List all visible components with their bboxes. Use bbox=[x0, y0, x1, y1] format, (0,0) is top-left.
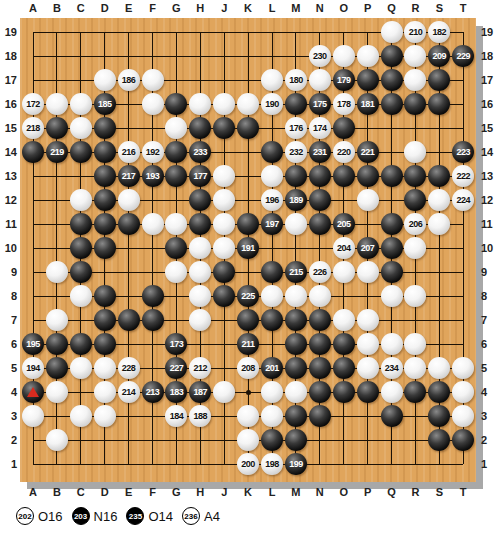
move-number: 211 bbox=[242, 339, 255, 349]
move-number: 209 bbox=[433, 51, 447, 61]
stone-F14[interactable]: 192 bbox=[142, 141, 164, 163]
coord-right-18: 18 bbox=[481, 50, 499, 62]
coord-right-1: 1 bbox=[481, 458, 499, 470]
coord-top-D: D bbox=[97, 2, 113, 14]
coord-right-17: 17 bbox=[481, 74, 499, 86]
caption-stone-icon: 202 bbox=[16, 507, 34, 525]
move-number: 189 bbox=[289, 195, 303, 205]
coord-left-9: 9 bbox=[0, 266, 17, 278]
stone-B5[interactable] bbox=[46, 357, 68, 379]
coord-left-6: 6 bbox=[0, 338, 17, 350]
stone-L14[interactable] bbox=[261, 141, 283, 163]
stone-N3[interactable] bbox=[309, 405, 331, 427]
stone-P14[interactable]: 221 bbox=[357, 141, 379, 163]
stone-P13[interactable] bbox=[357, 165, 379, 187]
stone-O11[interactable]: 205 bbox=[333, 213, 355, 235]
stone-L8[interactable] bbox=[261, 285, 283, 307]
stone-K10[interactable]: 191 bbox=[237, 237, 259, 259]
stone-Q19[interactable] bbox=[381, 21, 403, 43]
stone-D17[interactable] bbox=[94, 69, 116, 91]
coord-left-19: 19 bbox=[0, 26, 17, 38]
stone-K3[interactable] bbox=[237, 405, 259, 427]
stone-C5[interactable] bbox=[70, 357, 92, 379]
stone-M14[interactable]: 232 bbox=[285, 141, 307, 163]
coord-bottom-R: R bbox=[407, 486, 423, 498]
move-number: 193 bbox=[146, 171, 160, 181]
stone-F16[interactable] bbox=[142, 93, 164, 115]
stone-N4[interactable] bbox=[309, 381, 331, 403]
stone-D7[interactable] bbox=[94, 309, 116, 331]
stone-B9[interactable] bbox=[46, 261, 68, 283]
stone-M5[interactable] bbox=[285, 357, 307, 379]
stone-A16[interactable]: 172 bbox=[22, 93, 44, 115]
coord-left-2: 2 bbox=[0, 434, 17, 446]
stone-O7[interactable] bbox=[333, 309, 355, 331]
stone-B14[interactable]: 219 bbox=[46, 141, 68, 163]
stone-A4[interactable] bbox=[22, 381, 44, 403]
move-number: 228 bbox=[122, 363, 136, 373]
stone-C3[interactable] bbox=[70, 405, 92, 427]
stone-Q3[interactable] bbox=[381, 405, 403, 427]
move-number: 181 bbox=[361, 99, 375, 109]
coord-right-7: 7 bbox=[481, 314, 499, 326]
stone-C8[interactable] bbox=[70, 285, 92, 307]
coord-right-3: 3 bbox=[481, 410, 499, 422]
coord-right-10: 10 bbox=[481, 242, 499, 254]
stone-L17[interactable] bbox=[261, 69, 283, 91]
stone-L5[interactable]: 201 bbox=[261, 357, 283, 379]
move-number: 215 bbox=[289, 267, 303, 277]
stone-F8[interactable] bbox=[142, 285, 164, 307]
coord-left-18: 18 bbox=[0, 50, 17, 62]
stone-C15[interactable] bbox=[70, 117, 92, 139]
caption-item: 235O14 bbox=[126, 507, 173, 525]
stone-Q9[interactable] bbox=[381, 261, 403, 283]
coord-bottom-K: K bbox=[240, 486, 256, 498]
coord-top-G: G bbox=[168, 2, 184, 14]
stone-Q18[interactable] bbox=[381, 45, 403, 67]
coord-top-O: O bbox=[336, 2, 352, 14]
move-number: 201 bbox=[265, 363, 279, 373]
move-number: 224 bbox=[456, 195, 470, 205]
stone-L1[interactable]: 198 bbox=[261, 453, 283, 475]
move-number: 172 bbox=[26, 99, 40, 109]
stone-F4[interactable]: 213 bbox=[142, 381, 164, 403]
stone-E11[interactable] bbox=[118, 213, 140, 235]
coord-bottom-J: J bbox=[216, 486, 232, 498]
move-number: 179 bbox=[337, 75, 351, 85]
stone-N14[interactable]: 231 bbox=[309, 141, 331, 163]
stone-D3[interactable] bbox=[94, 405, 116, 427]
stone-N18[interactable]: 230 bbox=[309, 45, 331, 67]
move-number: 208 bbox=[241, 363, 255, 373]
move-number: 184 bbox=[170, 411, 184, 421]
coord-left-10: 10 bbox=[0, 242, 17, 254]
coord-bottom-F: F bbox=[145, 486, 161, 498]
stone-A15[interactable]: 218 bbox=[22, 117, 44, 139]
stone-L11[interactable]: 197 bbox=[261, 213, 283, 235]
coord-left-11: 11 bbox=[0, 218, 17, 230]
coord-left-4: 4 bbox=[0, 386, 17, 398]
stone-C12[interactable] bbox=[70, 189, 92, 211]
stone-P16[interactable]: 181 bbox=[357, 93, 379, 115]
stone-N8[interactable] bbox=[309, 285, 331, 307]
stone-O5[interactable] bbox=[333, 357, 355, 379]
stone-D6[interactable] bbox=[94, 333, 116, 355]
stone-M1[interactable]: 199 bbox=[285, 453, 307, 475]
caption-stone-icon: 236 bbox=[182, 507, 200, 525]
stone-P6[interactable] bbox=[357, 333, 379, 355]
stone-M17[interactable]: 180 bbox=[285, 69, 307, 91]
stone-Q16[interactable] bbox=[381, 93, 403, 115]
coord-right-6: 6 bbox=[481, 338, 499, 350]
move-number: 175 bbox=[313, 99, 327, 109]
stone-O4[interactable] bbox=[333, 381, 355, 403]
coord-top-L: L bbox=[264, 2, 280, 14]
move-number: 229 bbox=[456, 51, 470, 61]
stone-F17[interactable] bbox=[142, 69, 164, 91]
move-number: 234 bbox=[385, 363, 399, 373]
coord-bottom-D: D bbox=[97, 486, 113, 498]
caption-coordinate: O16 bbox=[38, 509, 63, 524]
stone-Q10[interactable] bbox=[381, 237, 403, 259]
coord-right-2: 2 bbox=[481, 434, 499, 446]
stone-B15[interactable] bbox=[46, 117, 68, 139]
stone-B16[interactable] bbox=[46, 93, 68, 115]
stone-P17[interactable] bbox=[357, 69, 379, 91]
stone-M13[interactable] bbox=[285, 165, 307, 187]
stone-O16[interactable]: 178 bbox=[333, 93, 355, 115]
stone-N5[interactable] bbox=[309, 357, 331, 379]
move-number: 210 bbox=[409, 27, 423, 37]
stone-Q17[interactable] bbox=[381, 69, 403, 91]
coord-right-4: 4 bbox=[481, 386, 499, 398]
coord-left-5: 5 bbox=[0, 362, 17, 374]
coord-right-13: 13 bbox=[481, 170, 499, 182]
stone-P4[interactable] bbox=[357, 381, 379, 403]
move-number: 183 bbox=[170, 387, 184, 397]
move-number: 214 bbox=[122, 387, 136, 397]
stone-N15[interactable]: 174 bbox=[309, 117, 331, 139]
stone-D5[interactable] bbox=[94, 357, 116, 379]
stone-K11[interactable] bbox=[237, 213, 259, 235]
stone-L9[interactable] bbox=[261, 261, 283, 283]
stone-B4[interactable] bbox=[46, 381, 68, 403]
stone-B7[interactable] bbox=[46, 309, 68, 331]
coord-left-12: 12 bbox=[0, 194, 17, 206]
coord-right-19: 19 bbox=[481, 26, 499, 38]
stone-K7[interactable] bbox=[237, 309, 259, 331]
move-number: 221 bbox=[361, 147, 375, 157]
stone-E12[interactable] bbox=[118, 189, 140, 211]
stone-N11[interactable] bbox=[309, 213, 331, 235]
move-number: 186 bbox=[122, 75, 136, 85]
stone-N12[interactable] bbox=[309, 189, 331, 211]
coord-right-16: 16 bbox=[481, 98, 499, 110]
stone-M16[interactable] bbox=[285, 93, 307, 115]
stone-L12[interactable]: 196 bbox=[261, 189, 283, 211]
move-number: 173 bbox=[170, 339, 184, 349]
stone-O18[interactable] bbox=[333, 45, 355, 67]
caption-coordinate: N16 bbox=[94, 509, 118, 524]
stone-O17[interactable]: 179 bbox=[333, 69, 355, 91]
caption-coordinate: A4 bbox=[204, 509, 220, 524]
coord-bottom-G: G bbox=[168, 486, 184, 498]
stone-C9[interactable] bbox=[70, 261, 92, 283]
stone-O13[interactable] bbox=[333, 165, 355, 187]
move-number: 180 bbox=[289, 75, 303, 85]
move-number: 225 bbox=[241, 291, 255, 301]
coord-bottom-S: S bbox=[431, 486, 447, 498]
move-number: 223 bbox=[456, 147, 470, 157]
coord-top-J: J bbox=[216, 2, 232, 14]
move-number: 212 bbox=[194, 363, 208, 373]
move-number: 206 bbox=[409, 219, 423, 229]
stone-O15[interactable] bbox=[333, 117, 355, 139]
stone-C11[interactable] bbox=[70, 213, 92, 235]
stone-C10[interactable] bbox=[70, 237, 92, 259]
move-number: 231 bbox=[313, 147, 327, 157]
stone-A5[interactable]: 194 bbox=[22, 357, 44, 379]
stone-E17[interactable]: 186 bbox=[118, 69, 140, 91]
caption-item: 203N16 bbox=[72, 507, 118, 525]
coord-top-H: H bbox=[192, 2, 208, 14]
stone-P7[interactable] bbox=[357, 309, 379, 331]
move-number: 197 bbox=[265, 219, 279, 229]
go-kifu-diagram: AABBCCDDEEFFGGHHJJKKLLMMNNOOPPQQRRSSTT19… bbox=[0, 0, 500, 537]
stone-O10[interactable]: 204 bbox=[333, 237, 355, 259]
move-number: 182 bbox=[433, 27, 447, 37]
stone-K6[interactable]: 211 bbox=[237, 333, 259, 355]
move-number: 191 bbox=[241, 243, 255, 253]
coord-top-N: N bbox=[312, 2, 328, 14]
move-number: 218 bbox=[26, 123, 40, 133]
stone-K15[interactable] bbox=[237, 117, 259, 139]
stone-P5[interactable] bbox=[357, 357, 379, 379]
stone-C6[interactable] bbox=[70, 333, 92, 355]
stone-M2[interactable] bbox=[285, 429, 307, 451]
stone-M15[interactable]: 176 bbox=[285, 117, 307, 139]
star-point bbox=[246, 390, 251, 395]
stone-Q6[interactable] bbox=[381, 333, 403, 355]
coord-top-S: S bbox=[431, 2, 447, 14]
coord-top-R: R bbox=[407, 2, 423, 14]
move-number: 222 bbox=[456, 171, 470, 181]
stone-D11[interactable] bbox=[94, 213, 116, 235]
move-number: 187 bbox=[194, 387, 208, 397]
stone-K16[interactable] bbox=[237, 93, 259, 115]
caption-stone-icon: 203 bbox=[72, 507, 90, 525]
stone-Q13[interactable] bbox=[381, 165, 403, 187]
move-number: 220 bbox=[337, 147, 351, 157]
stone-K8[interactable]: 225 bbox=[237, 285, 259, 307]
coord-bottom-T: T bbox=[455, 486, 471, 498]
stone-Q11[interactable] bbox=[381, 213, 403, 235]
coord-bottom-M: M bbox=[288, 486, 304, 498]
caption-item: 202O16 bbox=[16, 507, 63, 525]
stone-L3[interactable] bbox=[261, 405, 283, 427]
stone-O6[interactable] bbox=[333, 333, 355, 355]
coord-right-12: 12 bbox=[481, 194, 499, 206]
stone-C16[interactable] bbox=[70, 93, 92, 115]
stone-Q4[interactable] bbox=[381, 381, 403, 403]
coord-top-E: E bbox=[121, 2, 137, 14]
stone-N13[interactable] bbox=[309, 165, 331, 187]
stone-D14[interactable] bbox=[94, 141, 116, 163]
move-number: 219 bbox=[50, 147, 64, 157]
stone-O14[interactable]: 220 bbox=[333, 141, 355, 163]
stone-A3[interactable] bbox=[22, 405, 44, 427]
move-number: 177 bbox=[194, 171, 208, 181]
stone-M6[interactable] bbox=[285, 333, 307, 355]
stone-D12[interactable] bbox=[94, 189, 116, 211]
caption-coordinate: O14 bbox=[148, 509, 173, 524]
move-number: 194 bbox=[26, 363, 40, 373]
stone-M11[interactable] bbox=[285, 213, 307, 235]
stone-Q5[interactable]: 234 bbox=[381, 357, 403, 379]
coord-bottom-L: L bbox=[264, 486, 280, 498]
move-number: 205 bbox=[337, 219, 351, 229]
stone-K1[interactable]: 200 bbox=[237, 453, 259, 475]
triangle-marker-icon bbox=[27, 387, 39, 397]
stone-K5[interactable]: 208 bbox=[237, 357, 259, 379]
stone-L2[interactable] bbox=[261, 429, 283, 451]
stone-E4[interactable]: 214 bbox=[118, 381, 140, 403]
stone-E13[interactable]: 217 bbox=[118, 165, 140, 187]
stone-A14[interactable] bbox=[22, 141, 44, 163]
coord-left-1: 1 bbox=[0, 458, 17, 470]
coord-top-C: C bbox=[73, 2, 89, 14]
stone-A6[interactable]: 195 bbox=[22, 333, 44, 355]
stone-P10[interactable]: 207 bbox=[357, 237, 379, 259]
move-caption: 202O16203N16235O14236A4 bbox=[16, 504, 229, 528]
stone-E5[interactable]: 228 bbox=[118, 357, 140, 379]
stone-O9[interactable] bbox=[333, 261, 355, 283]
stone-D15[interactable] bbox=[94, 117, 116, 139]
coord-bottom-A: A bbox=[25, 486, 41, 498]
coord-left-17: 17 bbox=[0, 74, 17, 86]
coord-left-13: 13 bbox=[0, 170, 17, 182]
stone-N17[interactable] bbox=[309, 69, 331, 91]
stone-M7[interactable] bbox=[285, 309, 307, 331]
stone-D8[interactable] bbox=[94, 285, 116, 307]
move-number: 213 bbox=[146, 387, 160, 397]
stone-D4[interactable] bbox=[94, 381, 116, 403]
coord-bottom-E: E bbox=[121, 486, 137, 498]
coord-right-8: 8 bbox=[481, 290, 499, 302]
stone-M4[interactable] bbox=[285, 381, 307, 403]
stone-Q8[interactable] bbox=[381, 285, 403, 307]
stone-M12[interactable]: 189 bbox=[285, 189, 307, 211]
stone-F13[interactable]: 193 bbox=[142, 165, 164, 187]
coord-top-Q: Q bbox=[384, 2, 400, 14]
move-number: 196 bbox=[265, 195, 279, 205]
stone-L13[interactable] bbox=[261, 165, 283, 187]
move-number: 174 bbox=[313, 123, 327, 133]
move-number: 199 bbox=[289, 459, 303, 469]
stone-B6[interactable] bbox=[46, 333, 68, 355]
coord-bottom-B: B bbox=[49, 486, 65, 498]
stone-L4[interactable] bbox=[261, 381, 283, 403]
stone-N7[interactable] bbox=[309, 309, 331, 331]
move-number: 217 bbox=[122, 171, 136, 181]
coord-left-3: 3 bbox=[0, 410, 17, 422]
coord-right-11: 11 bbox=[481, 218, 499, 230]
stone-L7[interactable] bbox=[261, 309, 283, 331]
coord-left-7: 7 bbox=[0, 314, 17, 326]
move-number: 198 bbox=[265, 459, 279, 469]
coord-left-15: 15 bbox=[0, 122, 17, 134]
move-number: 192 bbox=[146, 147, 160, 157]
stone-M9[interactable]: 215 bbox=[285, 261, 307, 283]
stone-E7[interactable] bbox=[118, 309, 140, 331]
stone-N16[interactable]: 175 bbox=[309, 93, 331, 115]
stone-D10[interactable] bbox=[94, 237, 116, 259]
stone-N9[interactable]: 226 bbox=[309, 261, 331, 283]
coord-left-8: 8 bbox=[0, 290, 17, 302]
coord-top-P: P bbox=[360, 2, 376, 14]
stone-D13[interactable] bbox=[94, 165, 116, 187]
stone-E14[interactable]: 216 bbox=[118, 141, 140, 163]
stone-C14[interactable] bbox=[70, 141, 92, 163]
caption-stone-icon: 235 bbox=[126, 507, 144, 525]
move-number: 176 bbox=[289, 123, 303, 133]
coord-top-F: F bbox=[145, 2, 161, 14]
move-number: 233 bbox=[194, 147, 208, 157]
move-number: 227 bbox=[170, 363, 184, 373]
stone-P18[interactable] bbox=[357, 45, 379, 67]
stone-M3[interactable] bbox=[285, 405, 307, 427]
caption-item: 236A4 bbox=[182, 507, 220, 525]
coord-bottom-N: N bbox=[312, 486, 328, 498]
coord-left-16: 16 bbox=[0, 98, 17, 110]
coord-bottom-C: C bbox=[73, 486, 89, 498]
stone-L16[interactable]: 190 bbox=[261, 93, 283, 115]
move-number: 216 bbox=[122, 147, 136, 157]
move-number: 230 bbox=[313, 51, 327, 61]
stone-F11[interactable] bbox=[142, 213, 164, 235]
coord-bottom-Q: Q bbox=[384, 486, 400, 498]
move-number: 232 bbox=[289, 147, 303, 157]
stone-K2[interactable] bbox=[237, 429, 259, 451]
stone-D16[interactable]: 185 bbox=[94, 93, 116, 115]
move-number: 200 bbox=[241, 459, 255, 469]
coord-right-5: 5 bbox=[481, 362, 499, 374]
move-number: 195 bbox=[26, 339, 40, 349]
coord-right-14: 14 bbox=[481, 146, 499, 158]
move-number: 185 bbox=[98, 99, 112, 109]
move-number: 190 bbox=[265, 99, 279, 109]
coord-top-A: A bbox=[25, 2, 41, 14]
coord-bottom-O: O bbox=[336, 486, 352, 498]
move-number: 226 bbox=[313, 267, 327, 277]
coord-top-K: K bbox=[240, 2, 256, 14]
stone-M8[interactable] bbox=[285, 285, 307, 307]
coord-top-T: T bbox=[455, 2, 471, 14]
stone-P12[interactable] bbox=[357, 189, 379, 211]
move-number: 188 bbox=[194, 411, 208, 421]
coord-left-14: 14 bbox=[0, 146, 17, 158]
stone-B2[interactable] bbox=[46, 429, 68, 451]
move-number: 204 bbox=[337, 243, 351, 253]
stone-F7[interactable] bbox=[142, 309, 164, 331]
coord-top-M: M bbox=[288, 2, 304, 14]
coord-bottom-H: H bbox=[192, 486, 208, 498]
stone-P9[interactable] bbox=[357, 261, 379, 283]
coord-bottom-P: P bbox=[360, 486, 376, 498]
stone-N6[interactable] bbox=[309, 333, 331, 355]
coord-right-9: 9 bbox=[481, 266, 499, 278]
